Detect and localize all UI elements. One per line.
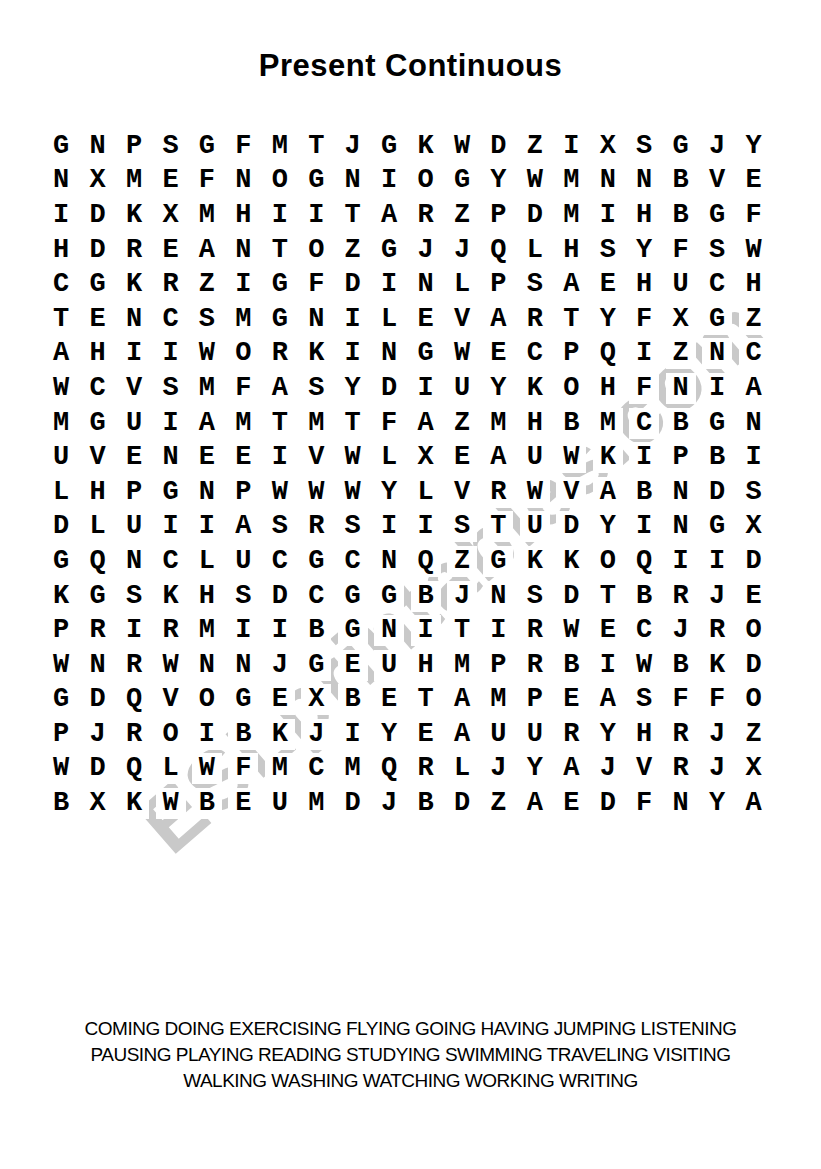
grid-cell[interactable]: J xyxy=(371,786,407,821)
grid-cell[interactable]: G xyxy=(699,198,735,233)
grid-cell[interactable]: N xyxy=(225,164,261,199)
grid-cell[interactable]: M xyxy=(189,198,225,233)
grid-cell[interactable]: V xyxy=(152,683,188,718)
grid-cell[interactable]: O xyxy=(407,164,443,199)
grid-cell[interactable]: G xyxy=(699,302,735,337)
grid-cell[interactable]: C xyxy=(79,371,115,406)
grid-cell[interactable]: B xyxy=(699,440,735,475)
grid-cell[interactable]: A xyxy=(444,717,480,752)
grid-cell[interactable]: A xyxy=(189,406,225,441)
grid-cell[interactable]: L xyxy=(79,510,115,545)
grid-cell[interactable]: C xyxy=(43,267,79,302)
grid-cell[interactable]: B xyxy=(626,579,662,614)
grid-cell[interactable]: F xyxy=(371,406,407,441)
grid-cell[interactable]: S xyxy=(626,683,662,718)
grid-cell[interactable]: W xyxy=(517,475,553,510)
grid-cell[interactable]: F xyxy=(626,371,662,406)
grid-cell[interactable]: H xyxy=(626,267,662,302)
grid-cell[interactable]: R xyxy=(517,302,553,337)
grid-cell[interactable]: L xyxy=(517,233,553,268)
grid-cell[interactable]: P xyxy=(480,198,516,233)
grid-cell[interactable]: E xyxy=(189,440,225,475)
grid-cell[interactable]: V xyxy=(699,164,735,199)
grid-cell[interactable]: K xyxy=(517,544,553,579)
grid-cell[interactable]: N xyxy=(371,337,407,372)
grid-cell[interactable]: I xyxy=(626,337,662,372)
grid-cell[interactable]: B xyxy=(407,579,443,614)
grid-cell[interactable]: H xyxy=(626,717,662,752)
grid-cell[interactable]: P xyxy=(480,648,516,683)
grid-cell[interactable]: I xyxy=(189,510,225,545)
grid-cell[interactable]: I xyxy=(189,717,225,752)
grid-cell[interactable]: C xyxy=(699,267,735,302)
grid-cell[interactable]: O xyxy=(298,233,334,268)
grid-cell[interactable]: M xyxy=(262,752,298,787)
grid-cell[interactable]: X xyxy=(662,302,698,337)
grid-cell[interactable]: S xyxy=(152,129,188,164)
grid-cell[interactable]: I xyxy=(735,440,771,475)
grid-cell[interactable]: A xyxy=(590,475,626,510)
grid-cell[interactable]: J xyxy=(407,233,443,268)
grid-cell[interactable]: A xyxy=(590,683,626,718)
grid-cell[interactable]: I xyxy=(116,613,152,648)
grid-cell[interactable]: G xyxy=(699,510,735,545)
grid-cell[interactable]: G xyxy=(43,683,79,718)
grid-cell[interactable]: K xyxy=(116,198,152,233)
grid-cell[interactable]: X xyxy=(735,510,771,545)
grid-cell[interactable]: R xyxy=(407,198,443,233)
grid-cell[interactable]: E xyxy=(335,648,371,683)
grid-cell[interactable]: G xyxy=(371,129,407,164)
grid-cell[interactable]: D xyxy=(444,786,480,821)
grid-cell[interactable]: U xyxy=(371,648,407,683)
grid-cell[interactable]: Y xyxy=(480,371,516,406)
grid-cell[interactable]: I xyxy=(407,613,443,648)
grid-cell[interactable]: I xyxy=(699,544,735,579)
grid-cell[interactable]: E xyxy=(371,683,407,718)
grid-cell[interactable]: O xyxy=(735,613,771,648)
grid-cell[interactable]: C xyxy=(152,544,188,579)
grid-cell[interactable]: I xyxy=(262,613,298,648)
grid-cell[interactable]: N xyxy=(189,648,225,683)
grid-cell[interactable]: P xyxy=(553,337,589,372)
grid-cell[interactable]: E xyxy=(735,579,771,614)
grid-cell[interactable]: F xyxy=(298,267,334,302)
grid-cell[interactable]: J xyxy=(590,752,626,787)
grid-cell[interactable]: W xyxy=(298,475,334,510)
grid-cell[interactable]: H xyxy=(225,198,261,233)
grid-cell[interactable]: H xyxy=(79,475,115,510)
grid-cell[interactable]: F xyxy=(225,129,261,164)
grid-cell[interactable]: M xyxy=(480,406,516,441)
grid-cell[interactable]: U xyxy=(116,406,152,441)
grid-cell[interactable]: I xyxy=(225,267,261,302)
grid-cell[interactable]: V xyxy=(444,475,480,510)
grid-cell[interactable]: B xyxy=(335,683,371,718)
grid-cell[interactable]: S xyxy=(590,233,626,268)
grid-cell[interactable]: J xyxy=(699,579,735,614)
grid-cell[interactable]: N xyxy=(79,648,115,683)
grid-cell[interactable]: R xyxy=(662,752,698,787)
grid-cell[interactable]: G xyxy=(407,337,443,372)
grid-cell[interactable]: E xyxy=(407,717,443,752)
grid-cell[interactable]: F xyxy=(626,786,662,821)
grid-cell[interactable]: G xyxy=(79,406,115,441)
grid-cell[interactable]: H xyxy=(189,579,225,614)
grid-cell[interactable]: Z xyxy=(480,786,516,821)
grid-cell[interactable]: K xyxy=(43,579,79,614)
grid-cell[interactable]: V xyxy=(444,302,480,337)
grid-cell[interactable]: N xyxy=(407,267,443,302)
grid-cell[interactable]: I xyxy=(407,510,443,545)
grid-cell[interactable]: X xyxy=(79,786,115,821)
grid-cell[interactable]: A xyxy=(407,406,443,441)
grid-cell[interactable]: A xyxy=(553,752,589,787)
grid-cell[interactable]: I xyxy=(662,544,698,579)
grid-cell[interactable]: W xyxy=(626,648,662,683)
grid-cell[interactable]: B xyxy=(407,786,443,821)
grid-cell[interactable]: X xyxy=(152,198,188,233)
grid-cell[interactable]: W xyxy=(444,129,480,164)
grid-cell[interactable]: N xyxy=(662,371,698,406)
grid-cell[interactable]: E xyxy=(152,233,188,268)
grid-cell[interactable]: I xyxy=(262,198,298,233)
grid-cell[interactable]: I xyxy=(371,164,407,199)
grid-cell[interactable]: D xyxy=(699,475,735,510)
grid-cell[interactable]: A xyxy=(189,233,225,268)
grid-cell[interactable]: K xyxy=(262,717,298,752)
grid-cell[interactable]: M xyxy=(590,406,626,441)
grid-cell[interactable]: M xyxy=(189,371,225,406)
grid-cell[interactable]: B xyxy=(298,613,334,648)
grid-cell[interactable]: T xyxy=(335,198,371,233)
grid-cell[interactable]: T xyxy=(43,302,79,337)
grid-cell[interactable]: M xyxy=(189,613,225,648)
grid-cell[interactable]: G xyxy=(662,129,698,164)
grid-cell[interactable]: N xyxy=(152,440,188,475)
grid-cell[interactable]: A xyxy=(371,198,407,233)
grid-cell[interactable]: G xyxy=(43,129,79,164)
grid-cell[interactable]: E xyxy=(444,440,480,475)
grid-cell[interactable]: A xyxy=(517,786,553,821)
grid-cell[interactable]: R xyxy=(553,717,589,752)
grid-cell[interactable]: Y xyxy=(371,717,407,752)
grid-cell[interactable]: D xyxy=(553,510,589,545)
grid-cell[interactable]: Z xyxy=(335,233,371,268)
grid-cell[interactable]: B xyxy=(662,198,698,233)
grid-cell[interactable]: P xyxy=(116,129,152,164)
grid-cell[interactable]: Y xyxy=(590,302,626,337)
grid-cell[interactable]: H xyxy=(79,337,115,372)
grid-cell[interactable]: E xyxy=(116,440,152,475)
grid-cell[interactable]: N xyxy=(480,579,516,614)
grid-cell[interactable]: D xyxy=(480,129,516,164)
grid-cell[interactable]: N xyxy=(225,233,261,268)
grid-cell[interactable]: Y xyxy=(590,510,626,545)
grid-cell[interactable]: I xyxy=(699,371,735,406)
grid-cell[interactable]: V xyxy=(298,440,334,475)
grid-cell[interactable]: Z xyxy=(735,717,771,752)
grid-cell[interactable]: K xyxy=(590,440,626,475)
grid-cell[interactable]: R xyxy=(152,613,188,648)
grid-cell[interactable]: W xyxy=(553,440,589,475)
grid-cell[interactable]: K xyxy=(407,129,443,164)
grid-cell[interactable]: C xyxy=(298,752,334,787)
grid-cell[interactable]: D xyxy=(79,683,115,718)
grid-cell[interactable]: B xyxy=(662,648,698,683)
grid-cell[interactable]: U xyxy=(517,717,553,752)
grid-cell[interactable]: I xyxy=(152,337,188,372)
grid-cell[interactable]: N xyxy=(590,164,626,199)
grid-cell[interactable]: H xyxy=(735,267,771,302)
grid-cell[interactable]: K xyxy=(699,648,735,683)
grid-cell[interactable]: H xyxy=(553,233,589,268)
grid-cell[interactable]: E xyxy=(225,440,261,475)
grid-cell[interactable]: C xyxy=(626,613,662,648)
grid-cell[interactable]: M xyxy=(480,683,516,718)
grid-cell[interactable]: Z xyxy=(735,302,771,337)
grid-cell[interactable]: R xyxy=(517,648,553,683)
grid-cell[interactable]: Y xyxy=(590,717,626,752)
grid-cell[interactable]: I xyxy=(262,440,298,475)
grid-cell[interactable]: N xyxy=(371,544,407,579)
grid-cell[interactable]: Q xyxy=(116,752,152,787)
grid-cell[interactable]: G xyxy=(152,475,188,510)
grid-cell[interactable]: F xyxy=(662,683,698,718)
grid-cell[interactable]: S xyxy=(189,302,225,337)
grid-cell[interactable]: G xyxy=(335,613,371,648)
grid-cell[interactable]: U xyxy=(444,371,480,406)
grid-cell[interactable]: S xyxy=(735,475,771,510)
grid-cell[interactable]: M xyxy=(298,406,334,441)
grid-cell[interactable]: G xyxy=(371,233,407,268)
grid-cell[interactable]: G xyxy=(298,544,334,579)
grid-cell[interactable]: C xyxy=(262,544,298,579)
grid-cell[interactable]: B xyxy=(225,717,261,752)
grid-cell[interactable]: D xyxy=(735,648,771,683)
grid-cell[interactable]: U xyxy=(517,440,553,475)
grid-cell[interactable]: C xyxy=(298,579,334,614)
grid-cell[interactable]: N xyxy=(699,337,735,372)
grid-cell[interactable]: O xyxy=(225,337,261,372)
grid-cell[interactable]: O xyxy=(553,371,589,406)
grid-cell[interactable]: S xyxy=(335,510,371,545)
grid-cell[interactable]: L xyxy=(444,752,480,787)
grid-cell[interactable]: O xyxy=(590,544,626,579)
grid-cell[interactable]: I xyxy=(626,440,662,475)
grid-cell[interactable]: C xyxy=(735,337,771,372)
grid-cell[interactable]: R xyxy=(298,510,334,545)
grid-cell[interactable]: C xyxy=(626,406,662,441)
grid-cell[interactable]: W xyxy=(735,233,771,268)
grid-cell[interactable]: D xyxy=(43,510,79,545)
grid-cell[interactable]: G xyxy=(699,406,735,441)
grid-cell[interactable]: L xyxy=(371,440,407,475)
grid-cell[interactable]: L xyxy=(152,752,188,787)
grid-cell[interactable]: N xyxy=(43,164,79,199)
grid-cell[interactable]: H xyxy=(590,371,626,406)
grid-cell[interactable]: T xyxy=(407,683,443,718)
grid-cell[interactable]: W xyxy=(43,752,79,787)
grid-cell[interactable]: I xyxy=(371,267,407,302)
grid-cell[interactable]: R xyxy=(699,613,735,648)
grid-cell[interactable]: M xyxy=(225,406,261,441)
grid-cell[interactable]: I xyxy=(152,406,188,441)
grid-cell[interactable]: P xyxy=(225,475,261,510)
grid-cell[interactable]: B xyxy=(626,475,662,510)
grid-cell[interactable]: A xyxy=(444,683,480,718)
grid-cell[interactable]: G xyxy=(79,267,115,302)
grid-cell[interactable]: J xyxy=(699,717,735,752)
grid-cell[interactable]: W xyxy=(189,752,225,787)
grid-cell[interactable]: S xyxy=(444,510,480,545)
grid-cell[interactable]: M xyxy=(43,406,79,441)
grid-cell[interactable]: R xyxy=(480,475,516,510)
grid-cell[interactable]: B xyxy=(662,164,698,199)
grid-cell[interactable]: O xyxy=(152,717,188,752)
grid-cell[interactable]: D xyxy=(335,267,371,302)
grid-cell[interactable]: S xyxy=(225,579,261,614)
grid-cell[interactable]: X xyxy=(590,129,626,164)
grid-cell[interactable]: N xyxy=(116,302,152,337)
grid-cell[interactable]: T xyxy=(444,613,480,648)
grid-cell[interactable]: M xyxy=(298,786,334,821)
grid-cell[interactable]: R xyxy=(262,337,298,372)
grid-cell[interactable]: S xyxy=(699,233,735,268)
grid-cell[interactable]: B xyxy=(553,406,589,441)
grid-cell[interactable]: E xyxy=(225,786,261,821)
grid-cell[interactable]: E xyxy=(480,337,516,372)
grid-cell[interactable]: A xyxy=(480,302,516,337)
grid-cell[interactable]: E xyxy=(407,302,443,337)
grid-cell[interactable]: S xyxy=(626,129,662,164)
grid-cell[interactable]: B xyxy=(662,406,698,441)
grid-cell[interactable]: C xyxy=(517,337,553,372)
grid-cell[interactable]: W xyxy=(43,371,79,406)
grid-cell[interactable]: E xyxy=(590,267,626,302)
grid-cell[interactable]: R xyxy=(152,267,188,302)
grid-cell[interactable]: I xyxy=(116,337,152,372)
grid-cell[interactable]: G xyxy=(444,164,480,199)
grid-cell[interactable]: D xyxy=(79,752,115,787)
grid-cell[interactable]: W xyxy=(335,440,371,475)
grid-cell[interactable]: F xyxy=(699,683,735,718)
grid-cell[interactable]: Y xyxy=(699,786,735,821)
grid-cell[interactable]: T xyxy=(262,233,298,268)
grid-cell[interactable]: G xyxy=(225,683,261,718)
grid-cell[interactable]: K xyxy=(517,371,553,406)
grid-cell[interactable]: U xyxy=(116,510,152,545)
grid-cell[interactable]: J xyxy=(444,233,480,268)
grid-cell[interactable]: U xyxy=(43,440,79,475)
grid-cell[interactable]: P xyxy=(662,440,698,475)
grid-cell[interactable]: M xyxy=(444,648,480,683)
grid-cell[interactable]: X xyxy=(407,440,443,475)
grid-cell[interactable]: R xyxy=(116,233,152,268)
grid-cell[interactable]: Y xyxy=(517,752,553,787)
grid-cell[interactable]: H xyxy=(407,648,443,683)
grid-cell[interactable]: F xyxy=(735,198,771,233)
grid-cell[interactable]: K xyxy=(116,786,152,821)
grid-cell[interactable]: Y xyxy=(335,371,371,406)
grid-cell[interactable]: V xyxy=(79,440,115,475)
grid-cell[interactable]: N xyxy=(225,648,261,683)
grid-cell[interactable]: E xyxy=(553,683,589,718)
grid-cell[interactable]: T xyxy=(590,579,626,614)
grid-cell[interactable]: A xyxy=(43,337,79,372)
grid-cell[interactable]: N xyxy=(371,613,407,648)
grid-cell[interactable]: T xyxy=(553,302,589,337)
grid-cell[interactable]: D xyxy=(262,579,298,614)
grid-cell[interactable]: J xyxy=(335,129,371,164)
grid-cell[interactable]: I xyxy=(152,510,188,545)
grid-cell[interactable]: Z xyxy=(444,198,480,233)
grid-cell[interactable]: U xyxy=(480,717,516,752)
grid-cell[interactable]: J xyxy=(699,129,735,164)
grid-cell[interactable]: Y xyxy=(371,475,407,510)
grid-cell[interactable]: X xyxy=(735,752,771,787)
grid-cell[interactable]: N xyxy=(116,544,152,579)
grid-cell[interactable]: G xyxy=(335,579,371,614)
grid-cell[interactable]: A xyxy=(553,267,589,302)
grid-cell[interactable]: L xyxy=(189,544,225,579)
grid-cell[interactable]: W xyxy=(152,648,188,683)
grid-cell[interactable]: B xyxy=(553,648,589,683)
grid-cell[interactable]: J xyxy=(262,648,298,683)
grid-cell[interactable]: G xyxy=(262,302,298,337)
grid-cell[interactable]: Y xyxy=(626,233,662,268)
grid-cell[interactable]: I xyxy=(553,129,589,164)
grid-cell[interactable]: W xyxy=(335,475,371,510)
grid-cell[interactable]: H xyxy=(43,233,79,268)
grid-cell[interactable]: R xyxy=(116,648,152,683)
grid-cell[interactable]: K xyxy=(152,579,188,614)
grid-cell[interactable]: G xyxy=(43,544,79,579)
grid-cell[interactable]: G xyxy=(371,579,407,614)
grid-cell[interactable]: D xyxy=(371,371,407,406)
grid-cell[interactable]: X xyxy=(79,164,115,199)
grid-cell[interactable]: I xyxy=(590,648,626,683)
grid-cell[interactable]: C xyxy=(335,544,371,579)
grid-cell[interactable]: S xyxy=(517,579,553,614)
grid-cell[interactable]: J xyxy=(480,752,516,787)
grid-cell[interactable]: F xyxy=(626,302,662,337)
grid-cell[interactable]: M xyxy=(553,198,589,233)
grid-cell[interactable]: Q xyxy=(79,544,115,579)
grid-cell[interactable]: K xyxy=(553,544,589,579)
grid-cell[interactable]: E xyxy=(79,302,115,337)
grid-cell[interactable]: A xyxy=(480,440,516,475)
grid-cell[interactable]: U xyxy=(262,786,298,821)
grid-cell[interactable]: W xyxy=(553,613,589,648)
grid-cell[interactable]: A xyxy=(262,371,298,406)
grid-cell[interactable]: R xyxy=(517,613,553,648)
grid-cell[interactable]: N xyxy=(735,406,771,441)
grid-cell[interactable]: M xyxy=(116,164,152,199)
grid-cell[interactable]: Q xyxy=(626,544,662,579)
grid-cell[interactable]: P xyxy=(43,613,79,648)
grid-cell[interactable]: J xyxy=(699,752,735,787)
grid-cell[interactable]: D xyxy=(553,579,589,614)
grid-cell[interactable]: G xyxy=(189,129,225,164)
grid-cell[interactable]: U xyxy=(662,267,698,302)
grid-cell[interactable]: D xyxy=(735,544,771,579)
grid-cell[interactable]: R xyxy=(79,613,115,648)
grid-cell[interactable]: Q xyxy=(407,544,443,579)
grid-cell[interactable]: T xyxy=(480,510,516,545)
grid-cell[interactable]: G xyxy=(298,648,334,683)
grid-cell[interactable]: Q xyxy=(116,683,152,718)
